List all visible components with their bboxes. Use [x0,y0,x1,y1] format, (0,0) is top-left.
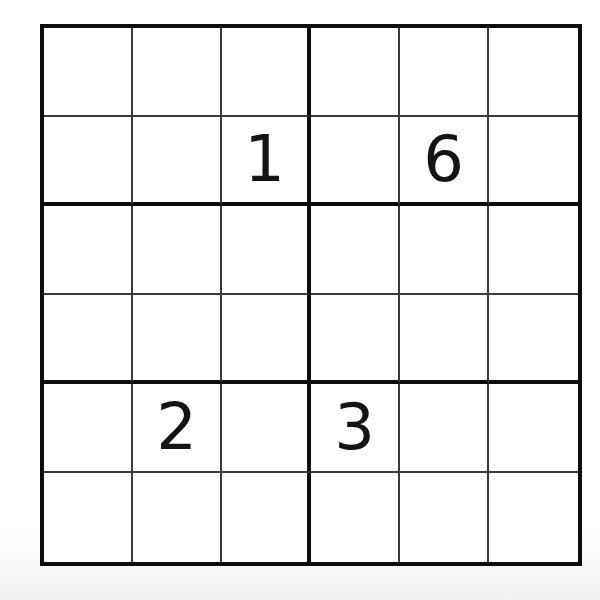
cell-r5c6[interactable] [489,384,578,473]
cell-r6c1[interactable] [44,473,133,562]
cell-r4c2[interactable] [133,295,222,384]
cell-r6c6[interactable] [489,473,578,562]
given-digit: 2 [156,395,197,459]
cell-r1c3[interactable] [222,28,311,117]
sudoku-board: 1623 [40,24,582,566]
cell-r1c6[interactable] [489,28,578,117]
cell-r4c6[interactable] [489,295,578,384]
cell-r5c3[interactable] [222,384,311,473]
cell-r3c6[interactable] [489,206,578,295]
cell-r3c4[interactable] [311,206,400,295]
cell-r1c1[interactable] [44,28,133,117]
cell-r4c1[interactable] [44,295,133,384]
cell-r4c3[interactable] [222,295,311,384]
cell-r1c4[interactable] [311,28,400,117]
cell-r2c2[interactable] [133,117,222,206]
cell-r5c1[interactable] [44,384,133,473]
cell-r6c3[interactable] [222,473,311,562]
cell-r5c2[interactable]: 2 [133,384,222,473]
cell-r2c6[interactable] [489,117,578,206]
cell-r1c5[interactable] [400,28,489,117]
cell-r6c2[interactable] [133,473,222,562]
cell-r5c4[interactable]: 3 [311,384,400,473]
cell-r2c3[interactable]: 1 [222,117,311,206]
given-digit: 6 [423,127,464,191]
cell-r3c3[interactable] [222,206,311,295]
given-digit: 1 [244,127,285,191]
cell-r3c1[interactable] [44,206,133,295]
cell-r4c4[interactable] [311,295,400,384]
cell-r2c4[interactable] [311,117,400,206]
cell-r4c5[interactable] [400,295,489,384]
cell-r2c5[interactable]: 6 [400,117,489,206]
cell-r6c5[interactable] [400,473,489,562]
cell-r6c4[interactable] [311,473,400,562]
cell-r1c2[interactable] [133,28,222,117]
cell-r2c1[interactable] [44,117,133,206]
cell-r3c5[interactable] [400,206,489,295]
given-digit: 3 [334,395,375,459]
cell-r5c5[interactable] [400,384,489,473]
cell-r3c2[interactable] [133,206,222,295]
